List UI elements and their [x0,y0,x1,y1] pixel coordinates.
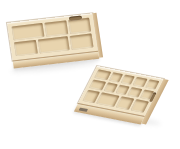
sorting-tray-fourteen-compartments [78,66,164,116]
maker-stamp-icon [79,107,88,111]
tray-compartment [70,34,94,50]
tray-compartment [12,23,45,40]
tray-compartment [145,79,159,89]
product-photo [0,0,180,149]
tray-grid [12,18,94,57]
tray-compartment [38,36,70,53]
tray-compartment [44,20,68,36]
tray-compartment [14,40,38,56]
sorting-tray-six-compartments [7,13,98,60]
